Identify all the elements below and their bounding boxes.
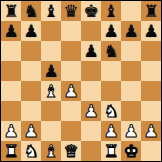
white-bishop[interactable]: ♝	[43, 81, 58, 101]
square-a5[interactable]	[1, 61, 21, 81]
white-pawn[interactable]: ♟	[23, 121, 38, 141]
square-b8[interactable]: ♞	[21, 1, 41, 21]
black-bishop[interactable]: ♝	[43, 1, 58, 21]
square-a4[interactable]	[1, 81, 21, 101]
white-pawn[interactable]: ♟	[123, 121, 138, 141]
square-e2[interactable]	[81, 121, 101, 141]
square-b5[interactable]	[21, 61, 41, 81]
square-a3[interactable]	[1, 101, 21, 121]
square-g2[interactable]: ♟	[121, 121, 141, 141]
square-b7[interactable]: ♟	[21, 21, 41, 41]
square-g3[interactable]	[121, 101, 141, 121]
black-pawn[interactable]: ♟	[83, 41, 98, 61]
black-king[interactable]: ♚	[83, 1, 98, 21]
square-b1[interactable]: ♞	[21, 141, 41, 161]
square-a1[interactable]: ♜	[1, 141, 21, 161]
square-h1[interactable]	[141, 141, 161, 161]
black-knight[interactable]: ♞	[103, 41, 118, 61]
square-h7[interactable]: ♟	[141, 21, 161, 41]
square-e3[interactable]: ♟	[81, 101, 101, 121]
square-g6[interactable]	[121, 41, 141, 61]
black-rook[interactable]: ♜	[143, 1, 158, 21]
square-h6[interactable]	[141, 41, 161, 61]
square-d6[interactable]	[61, 41, 81, 61]
square-d4[interactable]: ♟	[61, 81, 81, 101]
square-h4[interactable]	[141, 81, 161, 101]
square-d2[interactable]	[61, 121, 81, 141]
square-e1[interactable]	[81, 141, 101, 161]
black-bishop[interactable]: ♝	[103, 1, 118, 21]
square-d3[interactable]	[61, 101, 81, 121]
black-pawn[interactable]: ♟	[143, 21, 158, 41]
square-e7[interactable]	[81, 21, 101, 41]
chess-board-frame: ♜♞♝♛♚♝♜♟♟♟♟♟♟♞♟♝♟♟♞♟♟♟♟♟♜♞♝♛♜♚	[0, 0, 162, 162]
square-a6[interactable]	[1, 41, 21, 61]
square-d5[interactable]	[61, 61, 81, 81]
square-h5[interactable]	[141, 61, 161, 81]
white-knight[interactable]: ♞	[103, 101, 118, 121]
square-f4[interactable]	[101, 81, 121, 101]
white-queen[interactable]: ♛	[63, 141, 78, 161]
black-queen[interactable]: ♛	[63, 1, 78, 21]
black-pawn[interactable]: ♟	[103, 21, 118, 41]
white-pawn[interactable]: ♟	[83, 101, 98, 121]
white-pawn[interactable]: ♟	[63, 81, 78, 101]
square-a2[interactable]: ♟	[1, 121, 21, 141]
square-g7[interactable]: ♟	[121, 21, 141, 41]
square-c8[interactable]: ♝	[41, 1, 61, 21]
black-pawn[interactable]: ♟	[123, 21, 138, 41]
white-rook[interactable]: ♜	[103, 141, 118, 161]
square-c7[interactable]	[41, 21, 61, 41]
square-f5[interactable]	[101, 61, 121, 81]
square-e6[interactable]: ♟	[81, 41, 101, 61]
square-f8[interactable]: ♝	[101, 1, 121, 21]
black-pawn[interactable]: ♟	[43, 61, 58, 81]
square-h8[interactable]: ♜	[141, 1, 161, 21]
square-d8[interactable]: ♛	[61, 1, 81, 21]
square-c3[interactable]	[41, 101, 61, 121]
square-b4[interactable]	[21, 81, 41, 101]
square-c5[interactable]: ♟	[41, 61, 61, 81]
square-f6[interactable]: ♞	[101, 41, 121, 61]
square-a7[interactable]: ♟	[1, 21, 21, 41]
square-e5[interactable]	[81, 61, 101, 81]
square-d7[interactable]	[61, 21, 81, 41]
square-c2[interactable]	[41, 121, 61, 141]
white-king[interactable]: ♚	[123, 141, 138, 161]
square-f2[interactable]: ♟	[101, 121, 121, 141]
square-c1[interactable]: ♝	[41, 141, 61, 161]
chess-board: ♜♞♝♛♚♝♜♟♟♟♟♟♟♞♟♝♟♟♞♟♟♟♟♟♜♞♝♛♜♚	[1, 1, 161, 161]
square-b2[interactable]: ♟	[21, 121, 41, 141]
black-pawn[interactable]: ♟	[3, 21, 18, 41]
white-bishop[interactable]: ♝	[43, 141, 58, 161]
black-rook[interactable]: ♜	[3, 1, 18, 21]
square-g5[interactable]	[121, 61, 141, 81]
square-e4[interactable]	[81, 81, 101, 101]
white-knight[interactable]: ♞	[23, 141, 38, 161]
square-e8[interactable]: ♚	[81, 1, 101, 21]
square-a8[interactable]: ♜	[1, 1, 21, 21]
square-h2[interactable]: ♟	[141, 121, 161, 141]
square-b3[interactable]	[21, 101, 41, 121]
square-c4[interactable]: ♝	[41, 81, 61, 101]
square-b6[interactable]	[21, 41, 41, 61]
white-pawn[interactable]: ♟	[103, 121, 118, 141]
square-g4[interactable]	[121, 81, 141, 101]
black-knight[interactable]: ♞	[23, 1, 38, 21]
square-h3[interactable]	[141, 101, 161, 121]
square-g8[interactable]	[121, 1, 141, 21]
square-f3[interactable]: ♞	[101, 101, 121, 121]
square-c6[interactable]	[41, 41, 61, 61]
square-f1[interactable]: ♜	[101, 141, 121, 161]
white-rook[interactable]: ♜	[3, 141, 18, 161]
white-pawn[interactable]: ♟	[143, 121, 158, 141]
white-pawn[interactable]: ♟	[3, 121, 18, 141]
square-f7[interactable]: ♟	[101, 21, 121, 41]
square-g1[interactable]: ♚	[121, 141, 141, 161]
square-d1[interactable]: ♛	[61, 141, 81, 161]
black-pawn[interactable]: ♟	[23, 21, 38, 41]
